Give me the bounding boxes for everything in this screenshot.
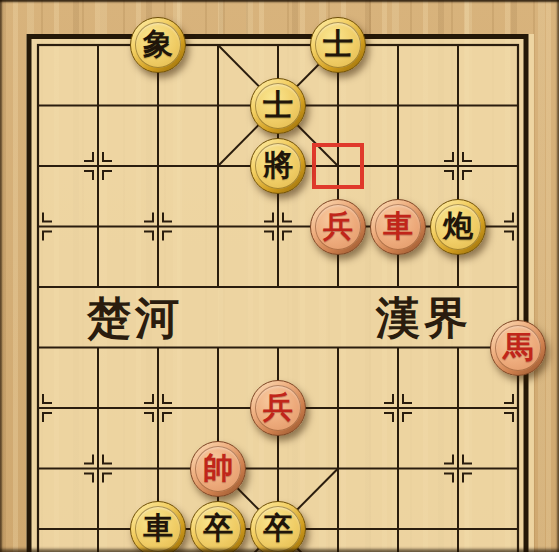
- xiangqi-board: 楚河 漢界 象士士將兵車炮馬兵帥車卒卒: [0, 0, 559, 552]
- board-point: 士: [248, 75, 308, 136]
- red-horse[interactable]: 馬: [490, 320, 546, 376]
- piece-face: 象: [135, 22, 181, 68]
- black-cannon[interactable]: 炮: [430, 199, 486, 255]
- piece-face: 將: [255, 143, 301, 189]
- red-general[interactable]: 帥: [190, 441, 246, 497]
- board-point: 車: [368, 196, 428, 257]
- piece-character: 兵: [263, 392, 293, 422]
- piece-face: 馬: [495, 325, 541, 371]
- black-elephant[interactable]: 象: [130, 17, 186, 73]
- board-point: 將: [248, 136, 308, 197]
- black-soldier[interactable]: 卒: [190, 501, 246, 552]
- red-chariot[interactable]: 車: [370, 199, 426, 255]
- black-soldier[interactable]: 卒: [250, 501, 306, 552]
- board-point: 士: [308, 15, 368, 76]
- piece-character: 將: [263, 150, 293, 180]
- piece-face: 兵: [255, 385, 301, 431]
- piece-character: 炮: [443, 211, 473, 241]
- piece-face: 士: [255, 83, 301, 129]
- black-chariot[interactable]: 車: [130, 501, 186, 552]
- xiangqi-game-screen: { "game": "xiangqi", "position": { "fen"…: [0, 0, 559, 552]
- black-advisor[interactable]: 士: [310, 17, 366, 73]
- board-point: 兵: [248, 378, 308, 439]
- piece-character: 馬: [503, 332, 533, 362]
- piece-character: 車: [143, 513, 173, 543]
- piece-character: 士: [323, 29, 353, 59]
- piece-face: 士: [315, 22, 361, 68]
- piece-face: 炮: [435, 204, 481, 250]
- piece-face: 車: [135, 506, 181, 552]
- board-point: 卒: [248, 499, 308, 552]
- piece-character: 帥: [203, 453, 233, 483]
- board-point: [308, 136, 368, 197]
- move-highlight-square[interactable]: [312, 143, 364, 189]
- piece-character: 兵: [323, 211, 353, 241]
- piece-character: 卒: [203, 513, 233, 543]
- piece-character: 卒: [263, 513, 293, 543]
- red-soldier[interactable]: 兵: [250, 380, 306, 436]
- piece-face: 車: [375, 204, 421, 250]
- piece-face: 卒: [195, 506, 241, 552]
- piece-character: 士: [263, 90, 293, 120]
- board-point: 馬: [488, 317, 548, 378]
- black-advisor[interactable]: 士: [250, 78, 306, 134]
- board-point: 炮: [428, 196, 488, 257]
- piece-face: 兵: [315, 204, 361, 250]
- black-general[interactable]: 將: [250, 138, 306, 194]
- piece-face: 帥: [195, 446, 241, 492]
- piece-character: 車: [383, 211, 413, 241]
- board-point: 象: [128, 15, 188, 76]
- red-soldier[interactable]: 兵: [310, 199, 366, 255]
- board-point: 車: [128, 499, 188, 552]
- pieces-grid: 象士士將兵車炮馬兵帥車卒卒: [8, 15, 548, 552]
- board-point: 帥: [188, 438, 248, 499]
- board-point: 兵: [308, 196, 368, 257]
- piece-character: 象: [143, 29, 173, 59]
- board-point: 卒: [188, 499, 248, 552]
- piece-face: 卒: [255, 506, 301, 552]
